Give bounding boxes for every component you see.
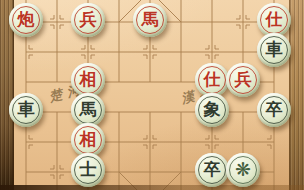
piece-red-兵[interactable]: 兵	[71, 3, 105, 37]
piece-glyph: 象	[195, 93, 229, 127]
piece-glyph: 車	[9, 93, 43, 127]
piece-red-仕[interactable]: 仕	[257, 3, 291, 37]
piece-glyph: 士	[71, 153, 105, 187]
piece-glyph: 相	[71, 123, 105, 157]
piece-glyph: 仕	[257, 3, 291, 37]
piece-red-相[interactable]: 相	[71, 123, 105, 157]
piece-red-仕[interactable]: 仕	[195, 63, 229, 97]
xiangqi-board: 楚河 漢界 炮兵馬仕車相仕兵車馬象卒相士卒❋	[0, 0, 304, 190]
piece-black-馬[interactable]: 馬	[71, 93, 105, 127]
piece-red-馬[interactable]: 馬	[133, 3, 167, 37]
piece-glyph: ❋	[226, 153, 260, 187]
piece-glyph: 兵	[71, 3, 105, 37]
piece-glyph: 馬	[71, 93, 105, 127]
piece-black-士[interactable]: 士	[71, 153, 105, 187]
piece-glyph: 兵	[226, 63, 260, 97]
piece-glyph: 仕	[195, 63, 229, 97]
piece-red-兵[interactable]: 兵	[226, 63, 260, 97]
piece-red-炮[interactable]: 炮	[9, 3, 43, 37]
piece-glyph: 卒	[195, 153, 229, 187]
piece-black-卒[interactable]: 卒	[195, 153, 229, 187]
piece-glyph: 車	[257, 33, 291, 67]
piece-glyph: 馬	[133, 3, 167, 37]
piece-hidden-facedown[interactable]: ❋	[226, 153, 260, 187]
piece-glyph: 炮	[9, 3, 43, 37]
piece-black-象[interactable]: 象	[195, 93, 229, 127]
piece-glyph: 相	[71, 63, 105, 97]
piece-black-車[interactable]: 車	[9, 93, 43, 127]
piece-glyph: 卒	[257, 93, 291, 127]
piece-black-車[interactable]: 車	[257, 33, 291, 67]
piece-black-卒[interactable]: 卒	[257, 93, 291, 127]
piece-red-相[interactable]: 相	[71, 63, 105, 97]
board-right-rail	[289, 0, 304, 190]
